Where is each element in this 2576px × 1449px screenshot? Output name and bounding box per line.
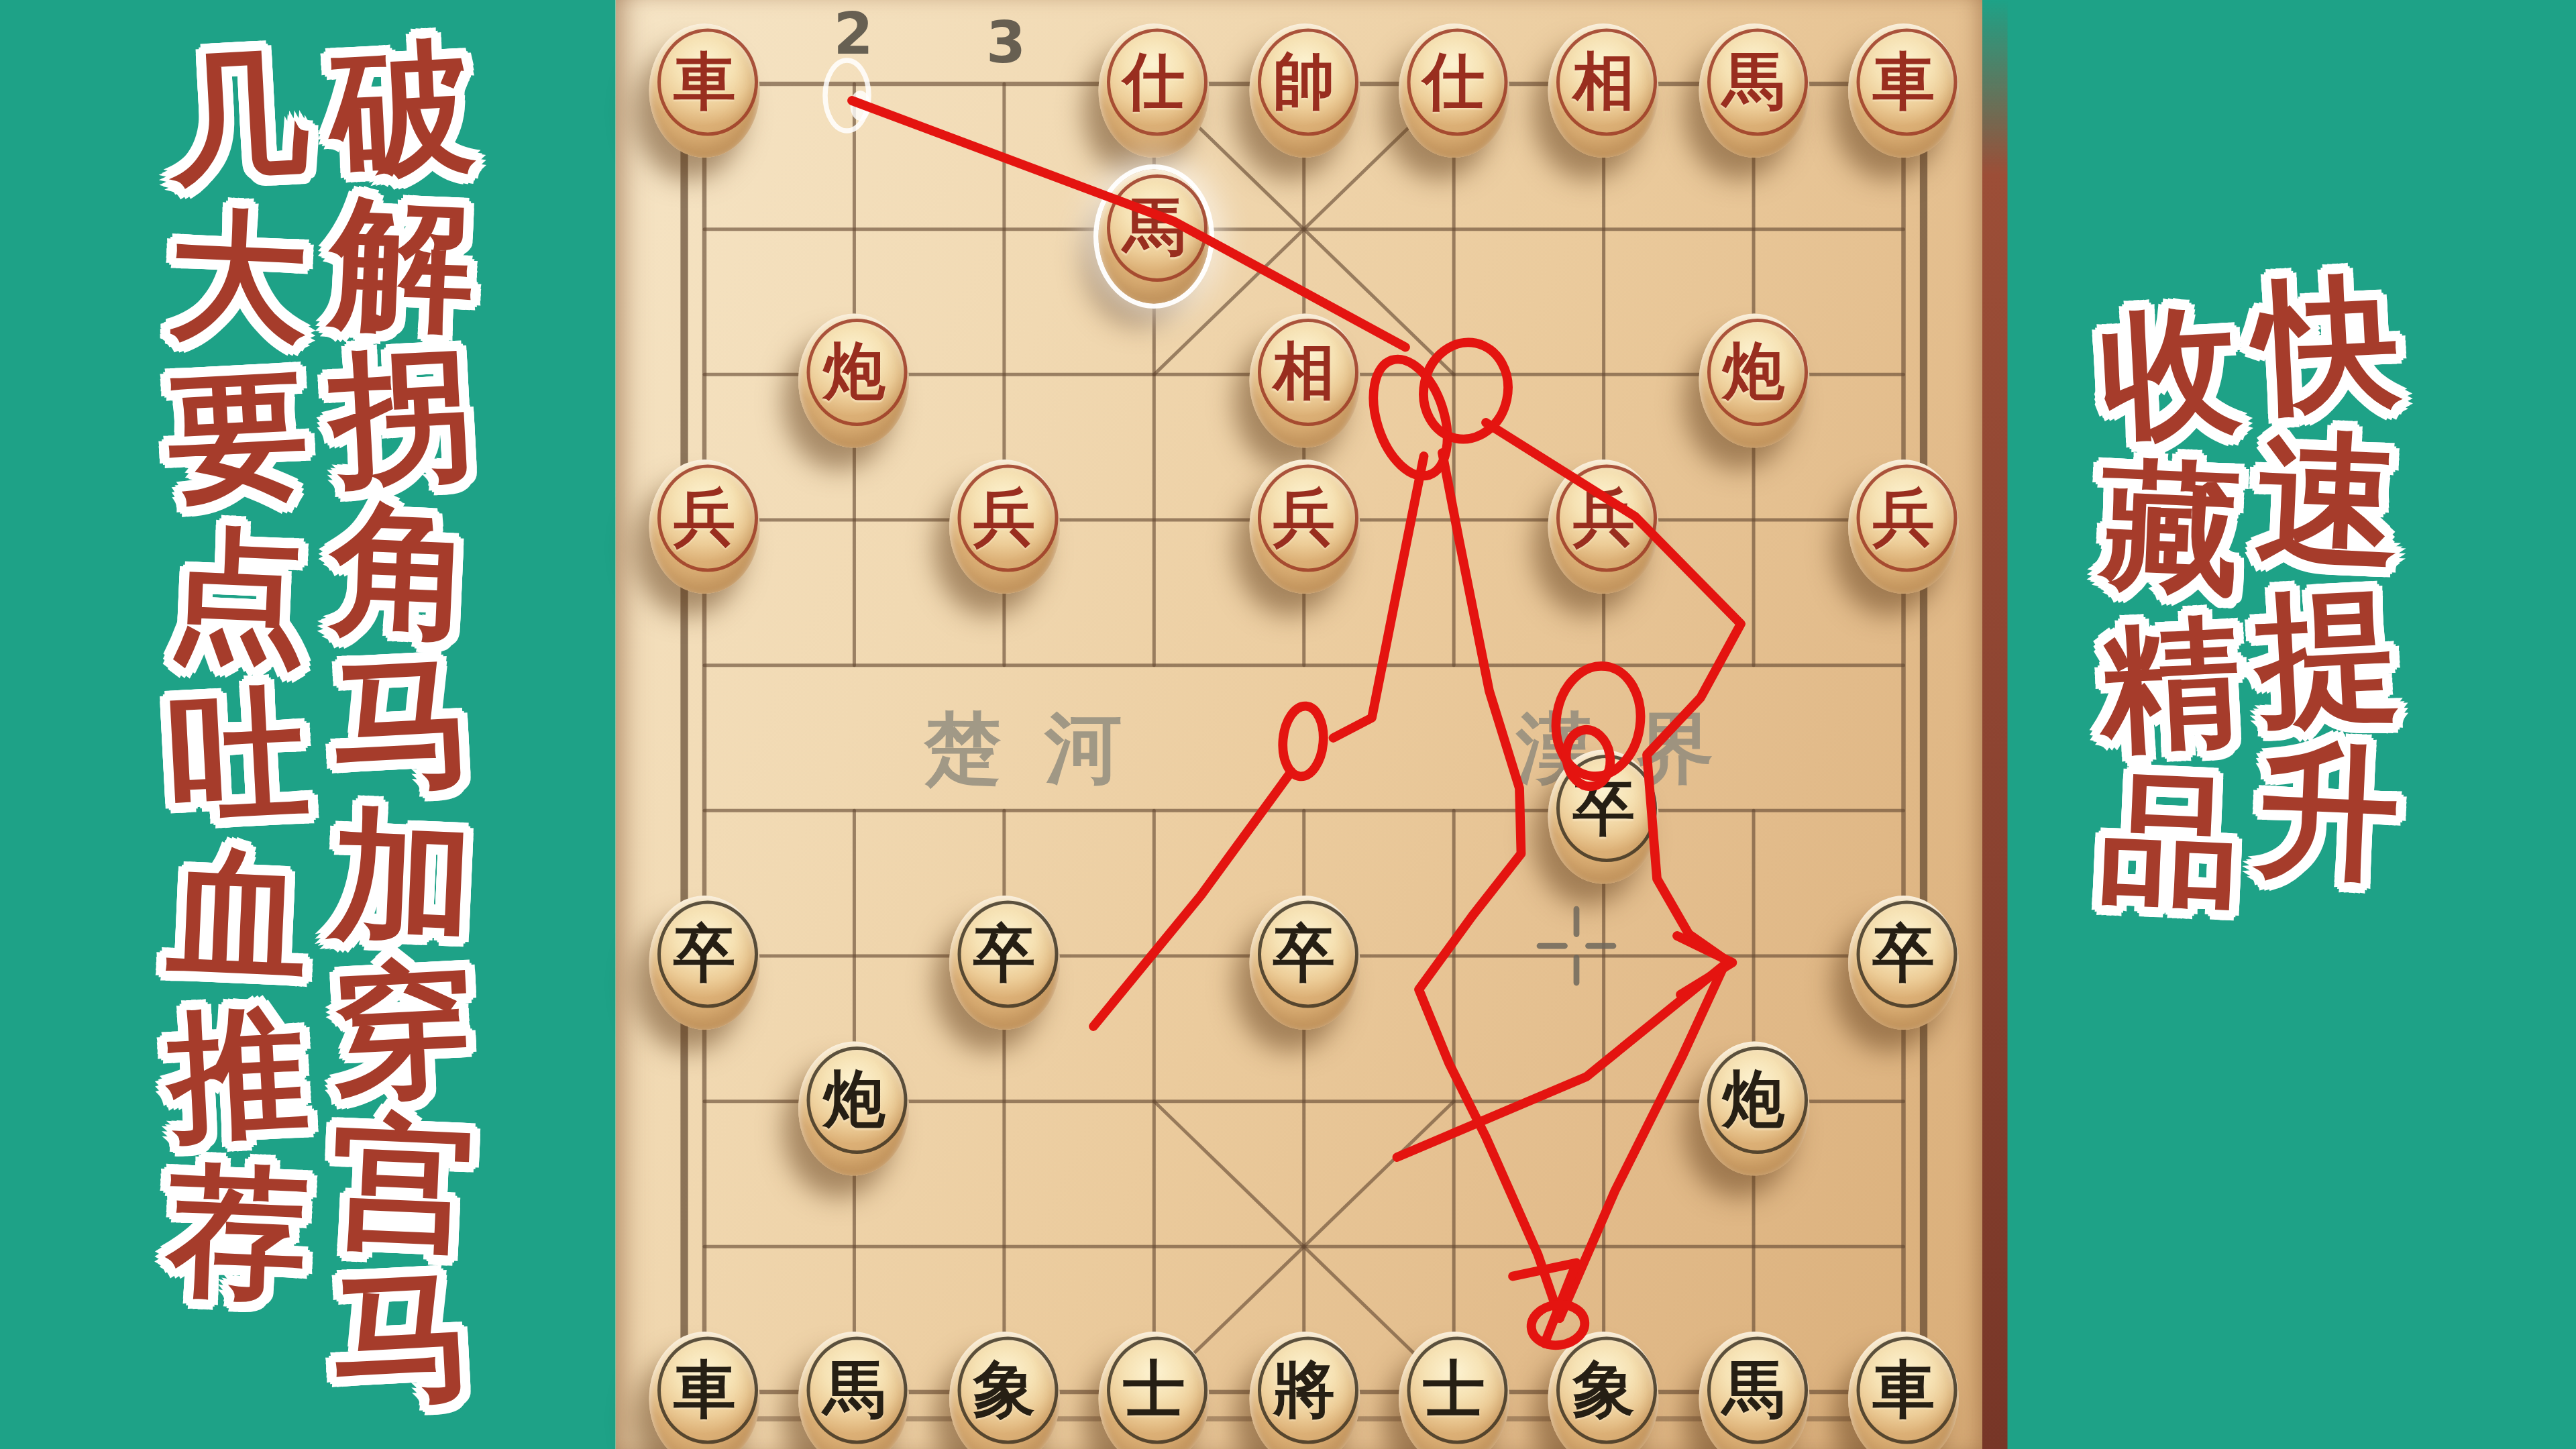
caption-character: 宫: [325, 1108, 479, 1262]
stage: 楚河 漢界 23 車仕帥仕相馬車馬炮相炮兵兵兵兵兵卒卒卒卒卒炮炮車馬象士將士象馬…: [0, 0, 2576, 1449]
video-frame: 楚河 漢界 23 車仕帥仕相馬車馬炮相炮兵兵兵兵兵卒卒卒卒卒炮炮車馬象士將士象馬…: [0, 0, 2576, 1449]
caption-character: 血: [163, 841, 313, 991]
red-pen-stroke: [1560, 969, 1723, 1318]
caption-character: 解: [325, 187, 479, 341]
red-pen-circle: [1529, 1301, 1588, 1349]
caption-character: 角: [325, 494, 479, 648]
red-pen-stroke: [852, 101, 1405, 347]
caption-character: 荐: [163, 1159, 313, 1309]
caption-character: 马: [325, 1260, 480, 1415]
caption-character: 速: [2251, 425, 2404, 578]
red-pen-stroke: [1093, 771, 1291, 1026]
caption-character: 快: [2250, 268, 2405, 423]
red-pen-circle: [1360, 350, 1461, 485]
caption-character: 要: [162, 362, 314, 514]
caption-character: 马: [325, 647, 480, 802]
caption-character: 加: [325, 801, 479, 955]
caption-character: 藏: [2095, 455, 2245, 605]
caption-character: 破: [325, 33, 480, 188]
caption-character: 几: [162, 44, 314, 195]
red-pen-stroke: [1486, 423, 1741, 958]
caption-character: 点: [163, 522, 313, 672]
red-pen-circle: [1562, 727, 1615, 790]
caption-character: 收: [2094, 299, 2246, 450]
red-pen-circle: [1280, 704, 1326, 778]
caption-character: 拐: [325, 340, 480, 495]
caption-character: 提: [2250, 580, 2405, 735]
red-pen-stroke: [1334, 456, 1424, 738]
caption-character: 品: [2095, 767, 2245, 917]
caption-character: 穿: [325, 954, 480, 1109]
caption-character: 升: [2251, 737, 2404, 890]
caption-character: 大: [163, 203, 313, 354]
caption-character: 推: [162, 1000, 314, 1151]
caption-character: 精: [2094, 610, 2246, 762]
caption-character: 吐: [162, 681, 314, 833]
red-pen-stroke: [1419, 453, 1560, 1318]
